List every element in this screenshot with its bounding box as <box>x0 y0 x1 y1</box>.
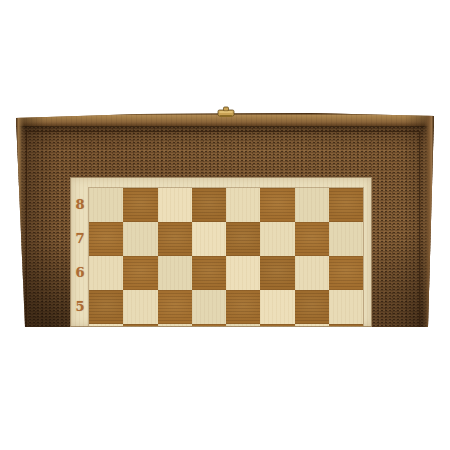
square-f6 <box>260 256 294 290</box>
product-photo: 8765 <box>0 0 450 450</box>
square-a5 <box>89 290 123 324</box>
board-grid <box>89 188 363 327</box>
square-f5 <box>260 290 294 324</box>
square-g8 <box>295 188 329 222</box>
rank-label-7: 7 <box>71 222 89 256</box>
square-b6 <box>123 256 157 290</box>
square-h5 <box>329 290 363 324</box>
square-e7 <box>226 222 260 256</box>
square-e4 <box>226 324 260 327</box>
square-a6 <box>89 256 123 290</box>
square-a8 <box>89 188 123 222</box>
square-h8 <box>329 188 363 222</box>
left-bevel-edge <box>16 114 24 327</box>
square-e5 <box>226 290 260 324</box>
rank-label-6: 6 <box>71 256 89 290</box>
rank-labels: 8765 <box>71 188 89 324</box>
square-c5 <box>158 290 192 324</box>
square-c6 <box>158 256 192 290</box>
square-c7 <box>158 222 192 256</box>
square-b5 <box>123 290 157 324</box>
square-a7 <box>89 222 123 256</box>
square-b4 <box>123 324 157 327</box>
square-d6 <box>192 256 226 290</box>
chess-box-lid: 8765 <box>0 0 450 450</box>
square-e6 <box>226 256 260 290</box>
brass-latch-icon <box>217 106 235 119</box>
square-b7 <box>123 222 157 256</box>
square-g7 <box>295 222 329 256</box>
rank-label-5: 5 <box>71 290 89 324</box>
square-d8 <box>192 188 226 222</box>
square-d7 <box>192 222 226 256</box>
square-h4 <box>329 324 363 327</box>
square-d4 <box>192 324 226 327</box>
square-g6 <box>295 256 329 290</box>
chessboard-inlay: 8765 <box>70 177 372 327</box>
square-b8 <box>123 188 157 222</box>
square-f4 <box>260 324 294 327</box>
square-g5 <box>295 290 329 324</box>
square-c4 <box>158 324 192 327</box>
square-e8 <box>226 188 260 222</box>
square-h7 <box>329 222 363 256</box>
rank-label-8: 8 <box>71 188 89 222</box>
square-f8 <box>260 188 294 222</box>
square-d5 <box>192 290 226 324</box>
square-f7 <box>260 222 294 256</box>
square-h6 <box>329 256 363 290</box>
square-a4 <box>89 324 123 327</box>
square-g4 <box>295 324 329 327</box>
square-c8 <box>158 188 192 222</box>
right-bevel-edge <box>424 114 434 327</box>
